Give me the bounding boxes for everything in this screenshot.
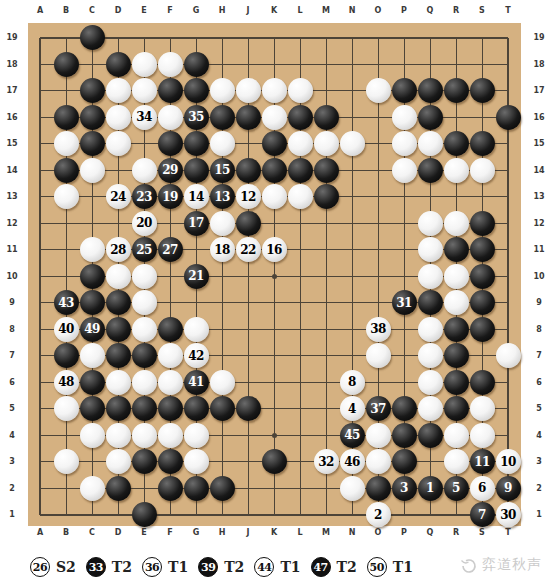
intersection-E15[interactable] [131, 131, 157, 158]
intersection-O10[interactable] [365, 263, 391, 290]
intersection-L16[interactable] [287, 104, 313, 131]
intersection-H7[interactable] [209, 343, 235, 370]
intersection-L3[interactable] [287, 449, 313, 476]
intersection-K7[interactable] [261, 343, 287, 370]
intersection-R3[interactable] [443, 449, 469, 476]
intersection-G15[interactable] [183, 131, 209, 158]
intersection-G16[interactable]: 35 [183, 104, 209, 131]
intersection-T2[interactable]: 9 [495, 475, 521, 502]
intersection-A14[interactable] [27, 157, 53, 184]
intersection-Q2[interactable]: 1 [417, 475, 443, 502]
intersection-K3[interactable] [261, 449, 287, 476]
intersection-B19[interactable] [53, 25, 79, 52]
intersection-P18[interactable] [391, 51, 417, 78]
intersection-F17[interactable] [157, 78, 183, 105]
intersection-L19[interactable] [287, 25, 313, 52]
intersection-D4[interactable] [105, 422, 131, 449]
intersection-A7[interactable] [27, 343, 53, 370]
intersection-K1[interactable] [261, 502, 287, 529]
intersection-C3[interactable] [79, 449, 105, 476]
intersection-S4[interactable] [469, 422, 495, 449]
intersection-Q17[interactable] [417, 78, 443, 105]
intersection-H16[interactable] [209, 104, 235, 131]
intersection-C2[interactable] [79, 475, 105, 502]
intersection-G12[interactable]: 17 [183, 210, 209, 237]
intersection-D3[interactable] [105, 449, 131, 476]
intersection-L17[interactable] [287, 78, 313, 105]
intersection-M2[interactable] [313, 475, 339, 502]
intersection-F15[interactable] [157, 131, 183, 158]
intersection-T18[interactable] [495, 51, 521, 78]
intersection-C8[interactable]: 49 [79, 316, 105, 343]
intersection-D10[interactable] [105, 263, 131, 290]
intersection-S9[interactable] [469, 290, 495, 317]
intersection-A16[interactable] [27, 104, 53, 131]
intersection-J16[interactable] [235, 104, 261, 131]
intersection-M19[interactable] [313, 25, 339, 52]
intersection-J7[interactable] [235, 343, 261, 370]
intersection-R16[interactable] [443, 104, 469, 131]
intersection-H12[interactable] [209, 210, 235, 237]
intersection-F13[interactable]: 19 [157, 184, 183, 211]
intersection-O2[interactable] [365, 475, 391, 502]
intersection-C19[interactable] [79, 25, 105, 52]
intersection-R8[interactable] [443, 316, 469, 343]
intersection-G14[interactable] [183, 157, 209, 184]
intersection-O8[interactable]: 38 [365, 316, 391, 343]
intersection-F9[interactable] [157, 290, 183, 317]
intersection-M18[interactable] [313, 51, 339, 78]
intersection-A8[interactable] [27, 316, 53, 343]
intersection-C7[interactable] [79, 343, 105, 370]
intersection-C9[interactable] [79, 290, 105, 317]
intersection-H8[interactable] [209, 316, 235, 343]
intersection-E19[interactable] [131, 25, 157, 52]
intersection-L5[interactable] [287, 396, 313, 423]
intersection-G18[interactable] [183, 51, 209, 78]
intersection-H19[interactable] [209, 25, 235, 52]
intersection-O14[interactable] [365, 157, 391, 184]
intersection-Q18[interactable] [417, 51, 443, 78]
intersection-B3[interactable] [53, 449, 79, 476]
intersection-R13[interactable] [443, 184, 469, 211]
intersection-K8[interactable] [261, 316, 287, 343]
intersection-E5[interactable] [131, 396, 157, 423]
intersection-C6[interactable] [79, 369, 105, 396]
intersection-P11[interactable] [391, 237, 417, 264]
intersection-J14[interactable] [235, 157, 261, 184]
intersection-D6[interactable] [105, 369, 131, 396]
intersection-F8[interactable] [157, 316, 183, 343]
intersection-N8[interactable] [339, 316, 365, 343]
intersection-G7[interactable]: 42 [183, 343, 209, 370]
intersection-E6[interactable] [131, 369, 157, 396]
intersection-F16[interactable] [157, 104, 183, 131]
intersection-H10[interactable] [209, 263, 235, 290]
intersection-G4[interactable] [183, 422, 209, 449]
intersection-H6[interactable] [209, 369, 235, 396]
intersection-E7[interactable] [131, 343, 157, 370]
intersection-B1[interactable] [53, 502, 79, 529]
intersection-E8[interactable] [131, 316, 157, 343]
intersection-T11[interactable] [495, 237, 521, 264]
intersection-T10[interactable] [495, 263, 521, 290]
intersection-M15[interactable] [313, 131, 339, 158]
intersection-C18[interactable] [79, 51, 105, 78]
intersection-P5[interactable] [391, 396, 417, 423]
intersection-J12[interactable] [235, 210, 261, 237]
intersection-N4[interactable]: 45 [339, 422, 365, 449]
intersection-S14[interactable] [469, 157, 495, 184]
intersection-G8[interactable] [183, 316, 209, 343]
intersection-N17[interactable] [339, 78, 365, 105]
intersection-S16[interactable] [469, 104, 495, 131]
intersection-E12[interactable]: 20 [131, 210, 157, 237]
intersection-J18[interactable] [235, 51, 261, 78]
intersection-S13[interactable] [469, 184, 495, 211]
intersection-O1[interactable]: 2 [365, 502, 391, 529]
intersection-D19[interactable] [105, 25, 131, 52]
intersection-H3[interactable] [209, 449, 235, 476]
intersection-A18[interactable] [27, 51, 53, 78]
intersection-G11[interactable] [183, 237, 209, 264]
intersection-E2[interactable] [131, 475, 157, 502]
intersection-B15[interactable] [53, 131, 79, 158]
intersection-G6[interactable]: 41 [183, 369, 209, 396]
intersection-O18[interactable] [365, 51, 391, 78]
intersection-O3[interactable] [365, 449, 391, 476]
intersection-N1[interactable] [339, 502, 365, 529]
intersection-T19[interactable] [495, 25, 521, 52]
intersection-S19[interactable] [469, 25, 495, 52]
intersection-O6[interactable] [365, 369, 391, 396]
intersection-M6[interactable] [313, 369, 339, 396]
intersection-J6[interactable] [235, 369, 261, 396]
intersection-D7[interactable] [105, 343, 131, 370]
intersection-R11[interactable] [443, 237, 469, 264]
intersection-S15[interactable] [469, 131, 495, 158]
intersection-J13[interactable]: 12 [235, 184, 261, 211]
intersection-T17[interactable] [495, 78, 521, 105]
intersection-J9[interactable] [235, 290, 261, 317]
intersection-C11[interactable] [79, 237, 105, 264]
intersection-H18[interactable] [209, 51, 235, 78]
intersection-L9[interactable] [287, 290, 313, 317]
intersection-O7[interactable] [365, 343, 391, 370]
intersection-N18[interactable] [339, 51, 365, 78]
intersection-Q13[interactable] [417, 184, 443, 211]
intersection-T6[interactable] [495, 369, 521, 396]
intersection-C5[interactable] [79, 396, 105, 423]
intersection-B9[interactable]: 43 [53, 290, 79, 317]
intersection-M8[interactable] [313, 316, 339, 343]
intersection-K17[interactable] [261, 78, 287, 105]
intersection-R12[interactable] [443, 210, 469, 237]
intersection-P19[interactable] [391, 25, 417, 52]
intersection-K9[interactable] [261, 290, 287, 317]
intersection-A3[interactable] [27, 449, 53, 476]
intersection-M13[interactable] [313, 184, 339, 211]
intersection-T1[interactable]: 30 [495, 502, 521, 529]
intersection-N9[interactable] [339, 290, 365, 317]
intersection-O13[interactable] [365, 184, 391, 211]
intersection-S6[interactable] [469, 369, 495, 396]
intersection-E17[interactable] [131, 78, 157, 105]
intersection-E9[interactable] [131, 290, 157, 317]
intersection-L14[interactable] [287, 157, 313, 184]
intersection-M14[interactable] [313, 157, 339, 184]
intersection-G9[interactable] [183, 290, 209, 317]
intersection-A2[interactable] [27, 475, 53, 502]
intersection-K5[interactable] [261, 396, 287, 423]
intersection-Q3[interactable] [417, 449, 443, 476]
intersection-Q14[interactable] [417, 157, 443, 184]
intersection-K15[interactable] [261, 131, 287, 158]
intersection-B10[interactable] [53, 263, 79, 290]
intersection-H1[interactable] [209, 502, 235, 529]
intersection-L12[interactable] [287, 210, 313, 237]
intersection-F3[interactable] [157, 449, 183, 476]
intersection-C17[interactable] [79, 78, 105, 105]
intersection-P3[interactable] [391, 449, 417, 476]
intersection-F12[interactable] [157, 210, 183, 237]
intersection-S1[interactable]: 7 [469, 502, 495, 529]
intersection-E3[interactable] [131, 449, 157, 476]
intersection-D14[interactable] [105, 157, 131, 184]
intersection-D17[interactable] [105, 78, 131, 105]
intersection-A17[interactable] [27, 78, 53, 105]
intersection-P6[interactable] [391, 369, 417, 396]
intersection-G19[interactable] [183, 25, 209, 52]
intersection-O9[interactable] [365, 290, 391, 317]
intersection-N19[interactable] [339, 25, 365, 52]
intersection-E16[interactable]: 34 [131, 104, 157, 131]
intersection-S12[interactable] [469, 210, 495, 237]
intersection-C13[interactable] [79, 184, 105, 211]
intersection-K14[interactable] [261, 157, 287, 184]
intersection-C16[interactable] [79, 104, 105, 131]
intersection-F5[interactable] [157, 396, 183, 423]
intersection-P16[interactable] [391, 104, 417, 131]
intersection-D18[interactable] [105, 51, 131, 78]
intersection-N2[interactable] [339, 475, 365, 502]
intersection-C14[interactable] [79, 157, 105, 184]
intersection-R9[interactable] [443, 290, 469, 317]
intersection-M4[interactable] [313, 422, 339, 449]
intersection-J19[interactable] [235, 25, 261, 52]
intersection-M12[interactable] [313, 210, 339, 237]
intersection-M5[interactable] [313, 396, 339, 423]
intersection-G17[interactable] [183, 78, 209, 105]
intersection-J3[interactable] [235, 449, 261, 476]
intersection-T8[interactable] [495, 316, 521, 343]
intersection-T13[interactable] [495, 184, 521, 211]
intersection-R10[interactable] [443, 263, 469, 290]
intersection-O11[interactable] [365, 237, 391, 264]
intersection-F4[interactable] [157, 422, 183, 449]
intersection-M11[interactable] [313, 237, 339, 264]
intersection-T12[interactable] [495, 210, 521, 237]
intersection-Q4[interactable] [417, 422, 443, 449]
intersection-B16[interactable] [53, 104, 79, 131]
intersection-J8[interactable] [235, 316, 261, 343]
intersection-P13[interactable] [391, 184, 417, 211]
intersection-D9[interactable] [105, 290, 131, 317]
intersection-R4[interactable] [443, 422, 469, 449]
intersection-L1[interactable] [287, 502, 313, 529]
intersection-C4[interactable] [79, 422, 105, 449]
intersection-C1[interactable] [79, 502, 105, 529]
intersection-P10[interactable] [391, 263, 417, 290]
intersection-N14[interactable] [339, 157, 365, 184]
intersection-K6[interactable] [261, 369, 287, 396]
intersection-J15[interactable] [235, 131, 261, 158]
intersection-D1[interactable] [105, 502, 131, 529]
intersection-G5[interactable] [183, 396, 209, 423]
intersection-G1[interactable] [183, 502, 209, 529]
intersection-G10[interactable]: 21 [183, 263, 209, 290]
intersection-H11[interactable]: 18 [209, 237, 235, 264]
intersection-B18[interactable] [53, 51, 79, 78]
intersection-P9[interactable]: 31 [391, 290, 417, 317]
intersection-Q11[interactable] [417, 237, 443, 264]
intersection-R7[interactable] [443, 343, 469, 370]
intersection-L10[interactable] [287, 263, 313, 290]
intersection-O12[interactable] [365, 210, 391, 237]
intersection-K4[interactable] [261, 422, 287, 449]
intersection-N12[interactable] [339, 210, 365, 237]
intersection-L13[interactable] [287, 184, 313, 211]
intersection-M3[interactable]: 32 [313, 449, 339, 476]
intersection-D15[interactable] [105, 131, 131, 158]
intersection-T4[interactable] [495, 422, 521, 449]
intersection-P14[interactable] [391, 157, 417, 184]
intersection-Q10[interactable] [417, 263, 443, 290]
intersection-P1[interactable] [391, 502, 417, 529]
intersection-E4[interactable] [131, 422, 157, 449]
intersection-P12[interactable] [391, 210, 417, 237]
intersection-L8[interactable] [287, 316, 313, 343]
intersection-B6[interactable]: 48 [53, 369, 79, 396]
intersection-R2[interactable]: 5 [443, 475, 469, 502]
intersection-P15[interactable] [391, 131, 417, 158]
intersection-R5[interactable] [443, 396, 469, 423]
intersection-S8[interactable] [469, 316, 495, 343]
intersection-B12[interactable] [53, 210, 79, 237]
intersection-E13[interactable]: 23 [131, 184, 157, 211]
intersection-O4[interactable] [365, 422, 391, 449]
intersection-O17[interactable] [365, 78, 391, 105]
intersection-G2[interactable] [183, 475, 209, 502]
intersection-D8[interactable] [105, 316, 131, 343]
intersection-K19[interactable] [261, 25, 287, 52]
intersection-N13[interactable] [339, 184, 365, 211]
intersection-L7[interactable] [287, 343, 313, 370]
intersection-S7[interactable] [469, 343, 495, 370]
intersection-N6[interactable]: 8 [339, 369, 365, 396]
intersection-K13[interactable] [261, 184, 287, 211]
intersection-L11[interactable] [287, 237, 313, 264]
intersection-F2[interactable] [157, 475, 183, 502]
intersection-E10[interactable] [131, 263, 157, 290]
intersection-R17[interactable] [443, 78, 469, 105]
intersection-A5[interactable] [27, 396, 53, 423]
intersection-S3[interactable]: 11 [469, 449, 495, 476]
intersection-F10[interactable] [157, 263, 183, 290]
intersection-S10[interactable] [469, 263, 495, 290]
intersection-N16[interactable] [339, 104, 365, 131]
intersection-G3[interactable] [183, 449, 209, 476]
intersection-S18[interactable] [469, 51, 495, 78]
intersection-R1[interactable] [443, 502, 469, 529]
intersection-D11[interactable]: 28 [105, 237, 131, 264]
intersection-Q9[interactable] [417, 290, 443, 317]
intersection-F18[interactable] [157, 51, 183, 78]
intersection-R6[interactable] [443, 369, 469, 396]
intersection-Q19[interactable] [417, 25, 443, 52]
intersection-E14[interactable] [131, 157, 157, 184]
intersection-L15[interactable] [287, 131, 313, 158]
intersection-B5[interactable] [53, 396, 79, 423]
intersection-A13[interactable] [27, 184, 53, 211]
intersection-M10[interactable] [313, 263, 339, 290]
intersection-K2[interactable] [261, 475, 287, 502]
intersection-J5[interactable] [235, 396, 261, 423]
intersection-M17[interactable] [313, 78, 339, 105]
intersection-O16[interactable] [365, 104, 391, 131]
intersection-S17[interactable] [469, 78, 495, 105]
intersection-L4[interactable] [287, 422, 313, 449]
intersection-A15[interactable] [27, 131, 53, 158]
intersection-J11[interactable]: 22 [235, 237, 261, 264]
intersection-Q8[interactable] [417, 316, 443, 343]
intersection-O5[interactable]: 37 [365, 396, 391, 423]
intersection-K11[interactable]: 16 [261, 237, 287, 264]
intersection-M16[interactable] [313, 104, 339, 131]
intersection-N5[interactable]: 4 [339, 396, 365, 423]
intersection-J17[interactable] [235, 78, 261, 105]
intersection-D12[interactable] [105, 210, 131, 237]
intersection-H2[interactable] [209, 475, 235, 502]
intersection-E1[interactable] [131, 502, 157, 529]
intersection-M1[interactable] [313, 502, 339, 529]
intersection-D5[interactable] [105, 396, 131, 423]
intersection-B17[interactable] [53, 78, 79, 105]
intersection-L2[interactable] [287, 475, 313, 502]
intersection-P2[interactable]: 3 [391, 475, 417, 502]
intersection-R15[interactable] [443, 131, 469, 158]
intersection-A19[interactable] [27, 25, 53, 52]
intersection-H4[interactable] [209, 422, 235, 449]
intersection-M9[interactable] [313, 290, 339, 317]
intersection-D16[interactable] [105, 104, 131, 131]
intersection-T14[interactable] [495, 157, 521, 184]
intersection-T9[interactable] [495, 290, 521, 317]
intersection-F6[interactable] [157, 369, 183, 396]
intersection-C12[interactable] [79, 210, 105, 237]
intersection-H14[interactable]: 15 [209, 157, 235, 184]
intersection-J1[interactable] [235, 502, 261, 529]
intersection-L6[interactable] [287, 369, 313, 396]
intersection-E11[interactable]: 25 [131, 237, 157, 264]
intersection-B4[interactable] [53, 422, 79, 449]
intersection-K16[interactable] [261, 104, 287, 131]
intersection-D13[interactable]: 24 [105, 184, 131, 211]
intersection-T5[interactable] [495, 396, 521, 423]
intersection-M7[interactable] [313, 343, 339, 370]
intersection-R19[interactable] [443, 25, 469, 52]
intersection-H17[interactable] [209, 78, 235, 105]
